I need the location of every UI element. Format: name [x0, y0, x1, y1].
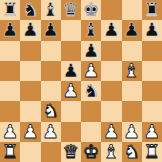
square-h3[interactable]	[142, 101, 162, 121]
piece-black-knight[interactable]: ♞	[22, 0, 39, 20]
square-h6[interactable]	[142, 41, 162, 61]
square-e3[interactable]	[81, 101, 101, 121]
square-g1[interactable]: ♞	[122, 142, 142, 162]
square-f4[interactable]	[101, 81, 121, 101]
piece-black-rook[interactable]: ♜	[2, 0, 19, 20]
square-b1[interactable]	[20, 142, 40, 162]
piece-white-bishop[interactable]: ♝	[103, 142, 120, 162]
square-e7[interactable]: ♝	[81, 20, 101, 40]
piece-white-rook[interactable]: ♜	[2, 142, 19, 162]
square-f8[interactable]	[101, 0, 121, 20]
piece-white-queen[interactable]: ♛	[63, 142, 80, 162]
piece-black-bishop[interactable]: ♝	[83, 20, 100, 40]
square-h1[interactable]: ♜	[142, 142, 162, 162]
square-e4[interactable]: ♞	[81, 81, 101, 101]
piece-white-pawn[interactable]: ♟	[103, 122, 120, 142]
piece-white-pawn[interactable]: ♟	[144, 122, 161, 142]
piece-white-rook[interactable]: ♜	[144, 142, 161, 162]
square-f6[interactable]	[101, 41, 121, 61]
piece-black-queen[interactable]: ♛	[63, 0, 80, 20]
square-d6[interactable]	[61, 41, 81, 61]
square-d3[interactable]	[61, 101, 81, 121]
square-e1[interactable]: ♚	[81, 142, 101, 162]
piece-white-knight[interactable]: ♞	[42, 101, 59, 121]
square-c3[interactable]: ♞	[41, 101, 61, 121]
square-e2[interactable]	[81, 122, 101, 142]
square-g4[interactable]	[122, 81, 142, 101]
square-g2[interactable]: ♟	[122, 122, 142, 142]
square-f5[interactable]	[101, 61, 121, 81]
piece-white-knight[interactable]: ♞	[123, 142, 140, 162]
piece-black-bishop[interactable]: ♝	[42, 0, 59, 20]
square-e6[interactable]: ♟	[81, 41, 101, 61]
piece-white-pawn[interactable]: ♟	[2, 122, 19, 142]
square-c8[interactable]: ♝	[41, 0, 61, 20]
square-c2[interactable]: ♟	[41, 122, 61, 142]
square-b2[interactable]: ♟	[20, 122, 40, 142]
piece-white-bishop[interactable]: ♝	[123, 61, 140, 81]
piece-white-pawn[interactable]: ♟	[22, 122, 39, 142]
square-g8[interactable]	[122, 0, 142, 20]
square-h4[interactable]	[142, 81, 162, 101]
square-a1[interactable]: ♜	[0, 142, 20, 162]
square-f2[interactable]: ♟	[101, 122, 121, 142]
square-h2[interactable]: ♟	[142, 122, 162, 142]
piece-white-pawn[interactable]: ♟	[63, 81, 80, 101]
piece-black-pawn[interactable]: ♟	[103, 20, 120, 40]
square-d1[interactable]: ♛	[61, 142, 81, 162]
piece-black-pawn[interactable]: ♟	[42, 20, 59, 40]
piece-black-pawn[interactable]: ♟	[2, 20, 19, 40]
piece-white-king[interactable]: ♚	[83, 142, 100, 162]
piece-white-pawn[interactable]: ♟	[123, 122, 140, 142]
square-g3[interactable]	[122, 101, 142, 121]
piece-black-pawn[interactable]: ♟	[63, 61, 80, 81]
square-b6[interactable]	[20, 41, 40, 61]
piece-white-pawn[interactable]: ♟	[42, 122, 59, 142]
square-a6[interactable]	[0, 41, 20, 61]
piece-black-knight[interactable]: ♞	[83, 81, 100, 101]
square-f3[interactable]	[101, 101, 121, 121]
square-c1[interactable]	[41, 142, 61, 162]
square-a5[interactable]	[0, 61, 20, 81]
square-d2[interactable]	[61, 122, 81, 142]
square-a8[interactable]: ♜	[0, 0, 20, 20]
piece-black-pawn[interactable]: ♟	[144, 20, 161, 40]
piece-white-pawn[interactable]: ♟	[83, 61, 100, 81]
square-d8[interactable]: ♛	[61, 0, 81, 20]
square-h7[interactable]: ♟	[142, 20, 162, 40]
square-a2[interactable]: ♟	[0, 122, 20, 142]
square-g7[interactable]: ♟	[122, 20, 142, 40]
square-e5[interactable]: ♟	[81, 61, 101, 81]
piece-black-pawn[interactable]: ♟	[83, 41, 100, 61]
square-c7[interactable]: ♟	[41, 20, 61, 40]
square-a7[interactable]: ♟	[0, 20, 20, 40]
piece-black-king[interactable]: ♚	[83, 0, 100, 20]
square-a4[interactable]	[0, 81, 20, 101]
chess-board: ♜♞♝♛♚♜♟♟♟♝♟♟♟♟♟♟♝♟♞♞♟♟♟♟♟♟♜♛♚♝♞♜	[0, 0, 162, 162]
square-b7[interactable]: ♟	[20, 20, 40, 40]
square-b8[interactable]: ♞	[20, 0, 40, 20]
square-c4[interactable]	[41, 81, 61, 101]
square-c6[interactable]	[41, 41, 61, 61]
square-h5[interactable]	[142, 61, 162, 81]
piece-black-pawn[interactable]: ♟	[123, 20, 140, 40]
square-e8[interactable]: ♚	[81, 0, 101, 20]
square-d5[interactable]: ♟	[61, 61, 81, 81]
square-f1[interactable]: ♝	[101, 142, 121, 162]
square-c5[interactable]	[41, 61, 61, 81]
square-g5[interactable]: ♝	[122, 61, 142, 81]
square-a3[interactable]	[0, 101, 20, 121]
square-g6[interactable]	[122, 41, 142, 61]
square-d7[interactable]	[61, 20, 81, 40]
square-f7[interactable]: ♟	[101, 20, 121, 40]
piece-black-pawn[interactable]: ♟	[22, 20, 39, 40]
square-b4[interactable]	[20, 81, 40, 101]
square-b3[interactable]	[20, 101, 40, 121]
piece-black-rook[interactable]: ♜	[144, 0, 161, 20]
square-b5[interactable]	[20, 61, 40, 81]
square-d4[interactable]: ♟	[61, 81, 81, 101]
square-h8[interactable]: ♜	[142, 0, 162, 20]
